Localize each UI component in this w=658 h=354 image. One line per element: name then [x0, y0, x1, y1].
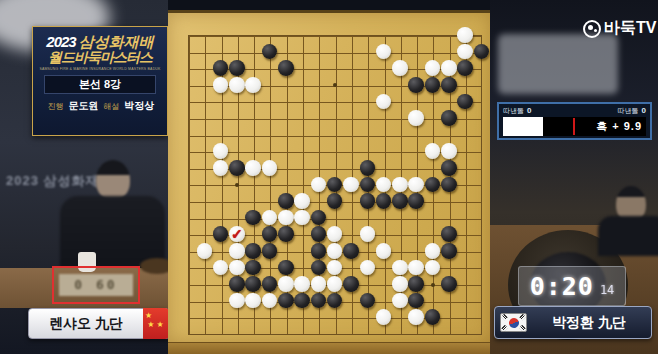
white-stone	[327, 243, 343, 259]
staff-name-1: 문도원	[69, 100, 99, 111]
black-stone	[441, 177, 457, 193]
white-stone	[278, 210, 294, 226]
banner-title-line2: 월드바둑마스터스	[33, 50, 167, 65]
score-estimate-panel: 따낸돌0 따낸돌0 흑 + 9.9	[497, 102, 652, 140]
black-stone	[245, 260, 261, 276]
white-stone	[457, 27, 473, 43]
white-stone	[213, 77, 229, 93]
clock-byoyomi-count: 14	[600, 283, 614, 297]
white-stone	[425, 143, 441, 159]
white-stone	[245, 77, 261, 93]
white-stone	[408, 260, 424, 276]
white-stone	[360, 260, 376, 276]
black-stone	[278, 226, 294, 242]
black-stone	[229, 276, 245, 292]
black-stone	[229, 60, 245, 76]
black-stone	[278, 260, 294, 276]
star-point	[431, 283, 435, 287]
black-stone	[278, 60, 294, 76]
black-stone	[311, 226, 327, 242]
left-player-figure-head	[96, 160, 130, 200]
black-stone	[376, 193, 392, 209]
white-stone	[408, 309, 424, 325]
black-stone	[262, 276, 278, 292]
tournament-banner: 2023삼성화재배 월드바둑마스터스 SAMSUNG FIRE & MARINE…	[32, 26, 168, 136]
left-player-name: 렌샤오 九단	[29, 315, 143, 333]
black-stone	[262, 243, 278, 259]
white-stone	[425, 60, 441, 76]
black-stone	[441, 110, 457, 126]
white-share-segment	[503, 117, 543, 136]
black-stone	[457, 60, 473, 76]
staff-line: 진행 문도원 해설 박정상	[33, 99, 167, 113]
black-stone	[278, 193, 294, 209]
black-stone	[441, 77, 457, 93]
white-stone	[197, 243, 213, 259]
white-stone	[229, 293, 245, 309]
white-stone	[392, 276, 408, 292]
black-stone	[441, 226, 457, 242]
black-stone	[294, 293, 310, 309]
black-stone	[245, 276, 261, 292]
korea-flag-icon	[500, 313, 527, 332]
black-stone	[311, 243, 327, 259]
black-stone	[408, 193, 424, 209]
white-stone	[229, 243, 245, 259]
right-player-name: 박정환 九단	[527, 314, 651, 332]
captures-left-label: 따낸돌0	[503, 106, 531, 116]
white-stone	[392, 60, 408, 76]
clock-main-digits: 0:20	[530, 272, 594, 301]
backdrop-banner-text: 2023 삼성화재	[6, 172, 166, 190]
black-stone	[408, 276, 424, 292]
black-stone	[262, 226, 278, 242]
black-stone	[245, 243, 261, 259]
right-player-clock: 0:20 14	[518, 266, 626, 306]
white-stone	[262, 160, 278, 176]
black-stone	[457, 94, 473, 110]
white-stone	[441, 143, 457, 159]
baduktv-wordmark: 바둑TV	[604, 18, 656, 39]
black-stone	[425, 309, 441, 325]
white-stone	[327, 276, 343, 292]
banner-title-line1: 2023삼성화재배	[33, 34, 167, 50]
right-nameplate: 박정환 九단	[494, 306, 652, 339]
white-stone	[360, 226, 376, 242]
right-player-figure	[598, 216, 658, 256]
board-front-edge	[168, 342, 490, 354]
white-stone	[278, 276, 294, 292]
white-stone	[392, 260, 408, 276]
white-stone	[392, 293, 408, 309]
staff-name-2: 박정상	[124, 100, 154, 111]
black-stone	[343, 276, 359, 292]
white-stone	[311, 276, 327, 292]
stone-bowl-left	[140, 258, 170, 274]
round-badge: 본선 8강	[44, 75, 156, 94]
white-stone	[441, 60, 457, 76]
banner-title1: 삼성화재배	[79, 33, 154, 50]
score-estimate-text: 흑 + 9.9	[596, 117, 642, 136]
black-stone	[360, 160, 376, 176]
white-stone	[408, 110, 424, 126]
white-stone	[229, 77, 245, 93]
black-stone	[343, 243, 359, 259]
left-nameplate: 렌샤오 九단 ★ ★ ★	[28, 308, 170, 339]
white-stone	[408, 177, 424, 193]
black-stone	[360, 177, 376, 193]
left-player-video: 2023 삼성화재 0 60 2023삼성화재배 월드바둑마스터스 SAMSUN…	[0, 0, 170, 354]
white-stone	[245, 160, 261, 176]
baduktv-icon	[583, 20, 601, 38]
midpoint-tick	[573, 118, 575, 135]
white-stone	[294, 210, 310, 226]
china-flag-icon: ★ ★ ★	[143, 308, 169, 339]
table-papers	[498, 34, 618, 94]
winrate-bar: 흑 + 9.9	[503, 117, 646, 136]
staff-role-1: 진행	[48, 102, 64, 111]
black-stone	[278, 293, 294, 309]
black-stone	[229, 160, 245, 176]
white-stone	[392, 177, 408, 193]
white-stone	[425, 243, 441, 259]
black-stone	[441, 243, 457, 259]
white-stone	[294, 193, 310, 209]
table-clock-highlight: 0 60	[52, 266, 140, 304]
last-move-check-marker: ✓	[229, 226, 245, 242]
white-stone	[213, 160, 229, 176]
table-clock-digits: 0 60	[59, 274, 133, 296]
white-stone	[343, 177, 359, 193]
staff-role-2: 해설	[103, 102, 119, 111]
go-board: ✓	[168, 0, 490, 354]
black-stone	[441, 160, 457, 176]
black-stone	[360, 193, 376, 209]
captures-right-label: 따낸돌0	[618, 106, 646, 116]
banner-subtitle-en: SAMSUNG FIRE & MARINE INSURANCE WORLD MA…	[33, 67, 167, 71]
white-stone	[294, 276, 310, 292]
black-stone	[408, 77, 424, 93]
white-stone	[376, 243, 392, 259]
white-stone	[457, 44, 473, 60]
black-stone	[441, 276, 457, 292]
white-stone: ✓	[229, 226, 245, 242]
banner-year: 2023	[46, 33, 75, 50]
broadcast-frame: 2023 삼성화재 0 60 2023삼성화재배 월드바둑마스터스 SAMSUN…	[0, 0, 658, 354]
black-stone	[425, 77, 441, 93]
black-stone	[327, 193, 343, 209]
station-logo: 바둑TV	[583, 18, 656, 39]
black-stone	[392, 193, 408, 209]
white-stone	[229, 260, 245, 276]
